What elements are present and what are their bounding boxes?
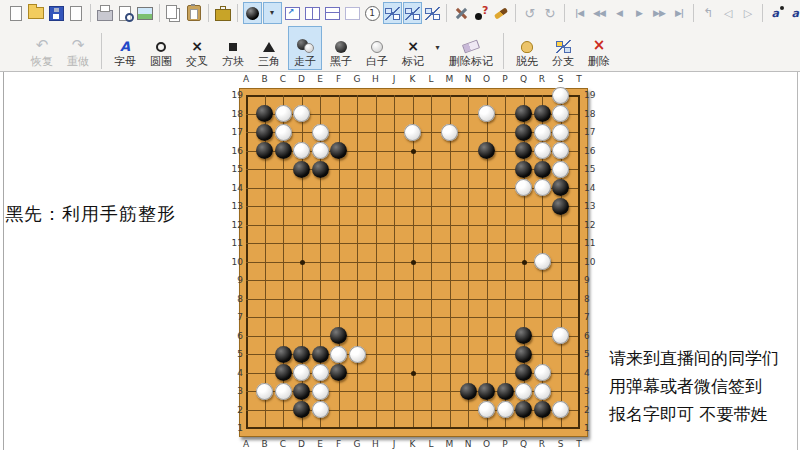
coord-label: Q bbox=[515, 74, 533, 84]
stone-black-Q2[interactable] bbox=[515, 401, 532, 418]
coord-label: N bbox=[459, 74, 477, 84]
stone-white-D4[interactable] bbox=[293, 364, 310, 381]
rotate-right-icon[interactable]: ↻ bbox=[541, 2, 560, 24]
single-view-glyph bbox=[345, 7, 360, 20]
split-horizontal-glyph bbox=[325, 7, 340, 20]
star-point bbox=[522, 260, 527, 265]
coord-label: 19 bbox=[227, 90, 243, 100]
place-black-label: 黑子 bbox=[330, 56, 352, 67]
print-glyph bbox=[97, 10, 113, 21]
stone-black-C16[interactable] bbox=[275, 142, 292, 159]
tree-view-large-icon[interactable] bbox=[383, 2, 402, 24]
square-mark-label: 方块 bbox=[222, 56, 244, 67]
stone-white-C3[interactable] bbox=[275, 383, 292, 400]
coord-label: 14 bbox=[584, 183, 600, 193]
star-point bbox=[411, 371, 416, 376]
coord-label: 5 bbox=[227, 349, 243, 359]
star-point bbox=[411, 260, 416, 265]
stone-white-F5[interactable] bbox=[330, 346, 347, 363]
tools-glyph bbox=[454, 6, 469, 21]
grid-line bbox=[246, 427, 580, 429]
coord-label: 8 bbox=[584, 294, 600, 304]
coord-label: C bbox=[274, 74, 292, 84]
rotate-left-icon[interactable]: ↺ bbox=[521, 2, 540, 24]
show-move-numbers-icon[interactable]: 1 bbox=[363, 2, 382, 24]
coord-label: N bbox=[459, 439, 477, 449]
grid-line bbox=[246, 317, 580, 318]
stone-white-O18[interactable] bbox=[478, 105, 495, 122]
coord-label: H bbox=[367, 439, 385, 449]
stone-black-F4[interactable] bbox=[330, 364, 347, 381]
stone-black-R18[interactable] bbox=[534, 105, 551, 122]
toolbar-separator bbox=[101, 33, 102, 69]
square-mark-icon bbox=[229, 43, 237, 51]
nav-first-glyph: |◀ bbox=[575, 9, 583, 18]
branch-icon bbox=[556, 40, 571, 53]
save-file-glyph bbox=[49, 6, 64, 21]
grid-line bbox=[468, 95, 469, 429]
stone-black-F6[interactable] bbox=[330, 327, 347, 344]
redo-button[interactable]: ↷重做 bbox=[61, 26, 95, 70]
delete-mark-icon bbox=[462, 40, 480, 54]
next-move-color-icon[interactable] bbox=[243, 2, 262, 24]
coord-label: S bbox=[552, 74, 570, 84]
stone-white-S6[interactable] bbox=[552, 327, 569, 344]
coord-label: 12 bbox=[584, 220, 600, 230]
nav-up-icon[interactable]: ↰ bbox=[699, 2, 718, 24]
next-move-color-dropdown-icon[interactable]: ▾ bbox=[263, 2, 282, 24]
coord-label: 6 bbox=[584, 331, 600, 341]
coord-label: 13 bbox=[584, 201, 600, 211]
stone-white-S18[interactable] bbox=[552, 105, 569, 122]
nav-last-glyph: ▶| bbox=[675, 9, 683, 18]
grid-line bbox=[450, 95, 451, 429]
coord-label: A bbox=[237, 74, 255, 84]
coord-label: F bbox=[330, 74, 348, 84]
edit-mode-glyph bbox=[494, 7, 508, 19]
coord-label: D bbox=[293, 439, 311, 449]
coord-label: 10 bbox=[227, 257, 243, 267]
stone-white-S15[interactable] bbox=[552, 161, 569, 178]
new-file-glyph bbox=[10, 6, 22, 21]
mark-dropdown-icon: ▾ bbox=[435, 44, 439, 52]
coord-label: 15 bbox=[227, 164, 243, 174]
tree-view-full-icon[interactable] bbox=[423, 2, 442, 24]
stone-black-N3[interactable] bbox=[460, 383, 477, 400]
stone-black-B16[interactable] bbox=[256, 142, 273, 159]
stone-white-P2[interactable] bbox=[497, 401, 514, 418]
tree-view-full-glyph bbox=[425, 7, 440, 20]
circle-mark-button[interactable]: 圆圈 bbox=[144, 26, 178, 70]
coord-label: M bbox=[441, 439, 459, 449]
coord-label: 16 bbox=[227, 146, 243, 156]
split-horizontal-icon[interactable] bbox=[323, 2, 342, 24]
coord-label: 17 bbox=[227, 127, 243, 137]
stone-black-C4[interactable] bbox=[275, 364, 292, 381]
circle-mark-label: 圆圈 bbox=[150, 56, 172, 67]
stone-black-R15[interactable] bbox=[534, 161, 551, 178]
stone-white-D18[interactable] bbox=[293, 105, 310, 122]
delete-icon: × bbox=[593, 38, 606, 53]
branch-label: 分支 bbox=[552, 56, 574, 67]
toolbar-separator bbox=[446, 4, 447, 22]
branch-next-icon[interactable]: ▷ bbox=[739, 2, 758, 24]
next-move-color-glyph bbox=[246, 7, 259, 20]
coord-label: K bbox=[404, 74, 422, 84]
main-canvas: 黑先：利用手筋整形 请来到直播间的同学们 用弹幕或者微信签到 报名字即可 不要带… bbox=[0, 72, 800, 450]
toolbar-separator bbox=[208, 4, 209, 22]
tools-icon[interactable] bbox=[452, 2, 471, 24]
redo-icon: ↷ bbox=[72, 38, 85, 53]
stone-black-Q4[interactable] bbox=[515, 364, 532, 381]
coord-label: T bbox=[570, 74, 588, 84]
toolbar-separator bbox=[90, 4, 91, 22]
play-move-button[interactable]: 走子 bbox=[288, 26, 322, 70]
place-black-icon bbox=[335, 41, 347, 53]
save-as-icon[interactable] bbox=[67, 2, 86, 24]
coord-label: F bbox=[330, 439, 348, 449]
stone-white-S2[interactable] bbox=[552, 401, 569, 418]
stone-white-R16[interactable] bbox=[534, 142, 551, 159]
live-room-note-line: 用弹幕或者微信签到 bbox=[609, 372, 779, 400]
triangle-mark-label: 三角 bbox=[258, 56, 280, 67]
coord-label: 7 bbox=[227, 312, 243, 322]
play-move-label: 走子 bbox=[294, 56, 316, 67]
print-icon[interactable] bbox=[96, 2, 115, 24]
redo-label: 重做 bbox=[67, 56, 89, 67]
delete-mark-button[interactable]: 删除标记 bbox=[445, 26, 497, 70]
toolbar-separator bbox=[564, 4, 565, 22]
grid-line bbox=[246, 299, 580, 300]
coord-label: M bbox=[441, 74, 459, 84]
coord-label: C bbox=[274, 439, 292, 449]
new-file-icon[interactable] bbox=[7, 2, 26, 24]
stone-black-C5[interactable] bbox=[275, 346, 292, 363]
stone-white-Q14[interactable] bbox=[515, 179, 532, 196]
stone-white-B3[interactable] bbox=[256, 383, 273, 400]
nav-forward-glyph: ▶ bbox=[636, 9, 642, 18]
print-preview-icon[interactable] bbox=[116, 2, 135, 24]
letter-mark-label: 字母 bbox=[114, 56, 136, 67]
delete-label: 删除 bbox=[588, 56, 610, 67]
stone-black-D3[interactable] bbox=[293, 383, 310, 400]
stone-black-Q16[interactable] bbox=[515, 142, 532, 159]
coord-label: 18 bbox=[227, 109, 243, 119]
nav-forward-icon[interactable]: ▶ bbox=[630, 2, 649, 24]
toolbar-separator bbox=[515, 4, 516, 22]
coord-label: 8 bbox=[227, 294, 243, 304]
split-vertical-icon[interactable] bbox=[303, 2, 322, 24]
letter-mark-button[interactable]: A字母 bbox=[108, 26, 142, 70]
next-move-color-dropdown-glyph: ▾ bbox=[270, 9, 274, 17]
coord-label: P bbox=[496, 74, 514, 84]
coord-label: 4 bbox=[227, 368, 243, 378]
stone-white-S16[interactable] bbox=[552, 142, 569, 159]
nav-back-glyph: ◀ bbox=[616, 9, 622, 18]
find-comment-next-icon[interactable]: a bbox=[788, 2, 800, 24]
print-preview-glyph bbox=[119, 6, 131, 21]
popup-board-window-glyph bbox=[285, 7, 300, 20]
open-file-icon[interactable] bbox=[27, 2, 46, 24]
stone-white-E3[interactable] bbox=[312, 383, 329, 400]
coord-label: 2 bbox=[584, 405, 600, 415]
tree-view-compact-glyph bbox=[405, 7, 420, 20]
stone-white-S17[interactable] bbox=[552, 124, 569, 141]
stone-black-D15[interactable] bbox=[293, 161, 310, 178]
play-move-icon bbox=[297, 39, 314, 53]
live-room-note: 请来到直播间的同学们 用弹幕或者微信签到 报名字即可 不要带姓 bbox=[609, 344, 779, 428]
letter-mark-icon: A bbox=[120, 40, 130, 53]
toolbar-separator bbox=[237, 4, 238, 22]
coord-label: P bbox=[496, 439, 514, 449]
coord-label: 18 bbox=[584, 109, 600, 119]
nav-first-icon[interactable]: |◀ bbox=[570, 2, 589, 24]
save-file-icon[interactable] bbox=[47, 2, 66, 24]
coord-label: 15 bbox=[584, 164, 600, 174]
toolbar-separator bbox=[503, 33, 504, 69]
stone-black-E15[interactable] bbox=[312, 161, 329, 178]
delete-button[interactable]: ×删除 bbox=[582, 26, 616, 70]
nav-fast-forward-icon[interactable]: ▶▶ bbox=[650, 2, 669, 24]
coord-label: A bbox=[237, 439, 255, 449]
undo-label: 恢复 bbox=[31, 56, 53, 67]
stone-black-P3[interactable] bbox=[497, 383, 514, 400]
show-move-numbers-glyph: 1 bbox=[365, 6, 380, 21]
cross-mark-icon: × bbox=[191, 39, 203, 53]
coord-label: 3 bbox=[584, 386, 600, 396]
mark-dropdown-button[interactable]: ▾ bbox=[432, 26, 443, 70]
grid-line bbox=[578, 95, 580, 429]
coord-label: 12 bbox=[227, 220, 243, 230]
stone-white-D16[interactable] bbox=[293, 142, 310, 159]
coord-label: S bbox=[552, 439, 570, 449]
export-image-icon[interactable] bbox=[136, 2, 155, 24]
stone-white-R10[interactable] bbox=[534, 253, 551, 270]
stone-white-S19[interactable] bbox=[552, 87, 569, 104]
main-toolbar: ▾1↺↻|◀◀◀◀▶▶▶▶|↰◁▷aa bbox=[0, 0, 800, 26]
edit-mode-icon[interactable] bbox=[492, 2, 511, 24]
paste-icon[interactable] bbox=[185, 2, 204, 24]
stone-white-K17[interactable] bbox=[404, 124, 421, 141]
stone-black-B17[interactable] bbox=[256, 124, 273, 141]
coord-label: B bbox=[256, 439, 274, 449]
branch-prev-icon[interactable]: ◁ bbox=[719, 2, 738, 24]
stone-black-O16[interactable] bbox=[478, 142, 495, 159]
find-comment-prev-icon[interactable]: a bbox=[768, 2, 787, 24]
stone-white-Q3[interactable] bbox=[515, 383, 532, 400]
stone-black-F16[interactable] bbox=[330, 142, 347, 159]
mark-label: 标记 bbox=[402, 56, 424, 67]
mark-icon: × bbox=[407, 39, 419, 53]
go-board: AA1919BB1818CC1717DD1616EE1515FF1414GG13… bbox=[227, 74, 595, 450]
coord-label: 6 bbox=[227, 331, 243, 341]
open-file-glyph bbox=[28, 7, 44, 19]
coord-label: 9 bbox=[584, 275, 600, 285]
coord-label: 9 bbox=[227, 275, 243, 285]
coord-label: Q bbox=[515, 439, 533, 449]
coord-label: 14 bbox=[227, 183, 243, 193]
find-comment-next-glyph: a bbox=[790, 6, 800, 20]
coord-label: H bbox=[367, 74, 385, 84]
toolbar-separator bbox=[159, 4, 160, 22]
tenuki-button[interactable]: 脱先 bbox=[510, 26, 544, 70]
coord-label: 13 bbox=[227, 201, 243, 211]
coord-label: 1 bbox=[584, 423, 600, 433]
coord-label: R bbox=[533, 74, 551, 84]
coord-label: O bbox=[478, 439, 496, 449]
grid-line bbox=[505, 95, 506, 429]
paste-glyph bbox=[187, 5, 201, 21]
coord-label: R bbox=[533, 439, 551, 449]
stone-white-R4[interactable] bbox=[534, 364, 551, 381]
export-image-glyph bbox=[137, 7, 153, 20]
stone-white-E16[interactable] bbox=[312, 142, 329, 159]
guess-mode-icon[interactable] bbox=[472, 2, 491, 24]
nav-fast-back-glyph: ◀◀ bbox=[593, 9, 605, 18]
coord-label: 11 bbox=[227, 238, 243, 248]
coord-label: J bbox=[385, 439, 403, 449]
find-comment-prev-glyph: a bbox=[770, 6, 785, 20]
coord-label: 1 bbox=[227, 423, 243, 433]
live-room-note-line: 请来到直播间的同学们 bbox=[609, 344, 779, 372]
stone-black-O3[interactable] bbox=[478, 383, 495, 400]
live-room-note-line: 报名字即可 不要带姓 bbox=[609, 400, 779, 428]
stone-white-E2[interactable] bbox=[312, 401, 329, 418]
stone-black-R2[interactable] bbox=[534, 401, 551, 418]
coord-label: 7 bbox=[584, 312, 600, 322]
stone-white-C17[interactable] bbox=[275, 124, 292, 141]
cross-mark-label: 交叉 bbox=[186, 56, 208, 67]
coord-label: K bbox=[404, 439, 422, 449]
coord-label: B bbox=[256, 74, 274, 84]
stone-black-S14[interactable] bbox=[552, 179, 569, 196]
stone-white-M17[interactable] bbox=[441, 124, 458, 141]
triangle-mark-button[interactable]: 三角 bbox=[252, 26, 286, 70]
coord-label: 11 bbox=[584, 238, 600, 248]
coord-label: G bbox=[348, 439, 366, 449]
nav-up-glyph: ↰ bbox=[703, 7, 713, 19]
save-as-glyph bbox=[70, 6, 82, 21]
place-white-button[interactable]: 白子 bbox=[360, 26, 394, 70]
toolbar-separator bbox=[693, 4, 694, 22]
branch-button[interactable]: 分支 bbox=[546, 26, 580, 70]
nav-back-icon[interactable]: ◀ bbox=[610, 2, 629, 24]
stone-black-D2[interactable] bbox=[293, 401, 310, 418]
stone-white-O2[interactable] bbox=[478, 401, 495, 418]
edit-toolbar: ↶恢复↷重做A字母圆圈×交叉方块三角走子黑子白子×标记▾删除标记脱先分支×删除 bbox=[0, 26, 800, 72]
place-white-label: 白子 bbox=[366, 56, 388, 67]
stone-black-Q17[interactable] bbox=[515, 124, 532, 141]
stone-black-Q5[interactable] bbox=[515, 346, 532, 363]
coord-label: 4 bbox=[584, 368, 600, 378]
stone-black-D5[interactable] bbox=[293, 346, 310, 363]
stone-white-G5[interactable] bbox=[349, 346, 366, 363]
delete-mark-label: 删除标记 bbox=[449, 56, 493, 67]
star-point bbox=[300, 260, 305, 265]
stone-white-R14[interactable] bbox=[534, 179, 551, 196]
coord-label: O bbox=[478, 74, 496, 84]
go-editor-window: ▾1↺↻|◀◀◀◀▶▶▶▶|↰◁▷aa ↶恢复↷重做A字母圆圈×交叉方块三角走子… bbox=[0, 0, 800, 450]
popup-board-window-icon[interactable] bbox=[283, 2, 302, 24]
rotate-left-glyph: ↺ bbox=[525, 7, 536, 20]
circle-mark-icon bbox=[156, 42, 166, 52]
mark-button[interactable]: ×标记 bbox=[396, 26, 430, 70]
coord-label: 10 bbox=[584, 257, 600, 267]
stone-white-C18[interactable] bbox=[275, 105, 292, 122]
place-white-icon bbox=[371, 41, 383, 53]
game-info-icon[interactable] bbox=[214, 2, 233, 24]
stone-white-E4[interactable] bbox=[312, 364, 329, 381]
tree-view-large-glyph bbox=[385, 7, 400, 20]
branch-prev-glyph: ◁ bbox=[724, 8, 732, 19]
branch-next-glyph: ▷ bbox=[744, 8, 752, 19]
grid-line bbox=[431, 95, 432, 429]
coord-label: E bbox=[311, 439, 329, 449]
stone-white-E17[interactable] bbox=[312, 124, 329, 141]
coord-label: T bbox=[570, 439, 588, 449]
triangle-mark-icon bbox=[263, 42, 275, 52]
nav-fast-forward-glyph: ▶▶ bbox=[653, 9, 665, 18]
undo-button[interactable]: ↶恢复 bbox=[25, 26, 59, 70]
square-mark-button[interactable]: 方块 bbox=[216, 26, 250, 70]
copy-glyph bbox=[166, 5, 177, 19]
stone-white-R3[interactable] bbox=[534, 383, 551, 400]
coord-label: 17 bbox=[584, 127, 600, 137]
copy-icon[interactable] bbox=[165, 2, 184, 24]
place-black-button[interactable]: 黑子 bbox=[324, 26, 358, 70]
coord-label: 19 bbox=[584, 90, 600, 100]
star-point bbox=[411, 149, 416, 154]
coord-label: 16 bbox=[584, 146, 600, 156]
coord-label: L bbox=[422, 439, 440, 449]
tenuki-icon bbox=[521, 41, 533, 53]
coord-label: L bbox=[422, 74, 440, 84]
nav-fast-back-icon[interactable]: ◀◀ bbox=[590, 2, 609, 24]
split-vertical-glyph bbox=[305, 7, 320, 20]
stone-white-R17[interactable] bbox=[534, 124, 551, 141]
stone-black-Q15[interactable] bbox=[515, 161, 532, 178]
board-grid[interactable] bbox=[246, 95, 579, 428]
coord-label: E bbox=[311, 74, 329, 84]
single-view-icon[interactable] bbox=[343, 2, 362, 24]
coord-label: 2 bbox=[227, 405, 243, 415]
game-info-glyph bbox=[215, 9, 231, 21]
stone-black-S13[interactable] bbox=[552, 198, 569, 215]
coord-label: 3 bbox=[227, 386, 243, 396]
rotate-right-glyph: ↻ bbox=[545, 7, 556, 20]
coord-label: D bbox=[293, 74, 311, 84]
stone-black-Q6[interactable] bbox=[515, 327, 532, 344]
problem-caption: 黑先：利用手筋整形 bbox=[5, 202, 176, 226]
coord-label: J bbox=[385, 74, 403, 84]
cross-mark-button[interactable]: ×交叉 bbox=[180, 26, 214, 70]
tenuki-label: 脱先 bbox=[516, 56, 538, 67]
grid-line bbox=[246, 280, 580, 281]
stone-black-Q18[interactable] bbox=[515, 105, 532, 122]
undo-icon: ↶ bbox=[36, 38, 49, 53]
coord-label: G bbox=[348, 74, 366, 84]
toolbar-separator bbox=[762, 4, 763, 22]
guess-mode-glyph bbox=[474, 6, 489, 21]
nav-last-icon[interactable]: ▶| bbox=[670, 2, 689, 24]
tree-view-compact-icon[interactable] bbox=[403, 2, 422, 24]
coord-label: 5 bbox=[584, 349, 600, 359]
stone-black-E5[interactable] bbox=[312, 346, 329, 363]
stone-black-B18[interactable] bbox=[256, 105, 273, 122]
